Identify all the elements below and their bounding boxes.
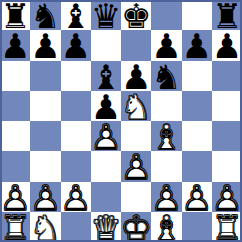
square-f5[interactable] bbox=[151, 91, 181, 121]
square-f6[interactable]: ♞ bbox=[151, 61, 181, 91]
square-e3[interactable]: ♟♙ bbox=[121, 151, 151, 181]
square-e5[interactable]: ♞♘ bbox=[121, 91, 151, 121]
square-b1[interactable]: ♞♘ bbox=[30, 212, 60, 242]
white-bishop-icon[interactable]: ♝♗ bbox=[151, 212, 181, 242]
piece-glyph-solid: ♟ bbox=[61, 31, 91, 61]
piece-glyph-outline: ♙ bbox=[61, 183, 91, 213]
square-d1[interactable]: ♛♕ bbox=[91, 212, 121, 242]
square-e6[interactable]: ♟ bbox=[121, 61, 151, 91]
square-e4[interactable] bbox=[121, 121, 151, 151]
white-queen-icon[interactable]: ♛♕ bbox=[91, 212, 121, 242]
square-d7[interactable] bbox=[91, 30, 121, 60]
square-e2[interactable] bbox=[121, 182, 151, 212]
black-pawn-icon[interactable]: ♟ bbox=[182, 30, 212, 60]
piece-glyph-solid: ♞ bbox=[30, 1, 60, 31]
piece-glyph-solid: ♜ bbox=[212, 1, 242, 31]
square-a8[interactable]: ♜ bbox=[0, 0, 30, 30]
black-knight-icon[interactable]: ♞ bbox=[30, 0, 60, 30]
piece-glyph-fill: ♟ bbox=[121, 152, 151, 182]
white-pawn-icon[interactable]: ♟♙ bbox=[182, 182, 212, 212]
black-bishop-icon[interactable]: ♝ bbox=[61, 0, 91, 30]
square-b5[interactable] bbox=[30, 91, 60, 121]
square-g7[interactable]: ♟ bbox=[182, 30, 212, 60]
square-b6[interactable] bbox=[30, 61, 60, 91]
square-f7[interactable]: ♟ bbox=[151, 30, 181, 60]
piece-glyph-fill: ♞ bbox=[30, 213, 60, 242]
piece-glyph-solid: ♟ bbox=[151, 31, 181, 61]
square-c8[interactable]: ♝ bbox=[61, 0, 91, 30]
square-g8[interactable] bbox=[182, 0, 212, 30]
piece-glyph-solid: ♚ bbox=[121, 1, 151, 31]
square-a3[interactable] bbox=[0, 151, 30, 181]
square-e7[interactable] bbox=[121, 30, 151, 60]
square-f1[interactable]: ♝♗ bbox=[151, 212, 181, 242]
black-rook-icon[interactable]: ♜ bbox=[212, 0, 242, 30]
square-c6[interactable] bbox=[61, 61, 91, 91]
black-pawn-icon[interactable]: ♟ bbox=[0, 30, 30, 60]
piece-glyph-fill: ♟ bbox=[212, 183, 242, 213]
black-pawn-icon[interactable]: ♟ bbox=[151, 30, 181, 60]
chess-board: ♜♞♝♛♚♜♟♟♟♟♟♟♝♟♞♟♞♘♟♙♝♗♟♙♟♙♟♙♟♙♟♙♟♙♟♙♜♖♞♘… bbox=[0, 0, 242, 242]
piece-glyph-fill: ♞ bbox=[121, 92, 151, 122]
piece-glyph-solid: ♝ bbox=[91, 62, 121, 92]
piece-glyph-fill: ♟ bbox=[91, 122, 121, 152]
square-e8[interactable]: ♚ bbox=[121, 0, 151, 30]
black-rook-icon[interactable]: ♜ bbox=[0, 0, 30, 30]
square-d6[interactable]: ♝ bbox=[91, 61, 121, 91]
piece-glyph-outline: ♙ bbox=[91, 122, 121, 152]
square-b2[interactable]: ♟♙ bbox=[30, 182, 60, 212]
white-pawn-icon[interactable]: ♟♙ bbox=[151, 182, 181, 212]
white-pawn-icon[interactable]: ♟♙ bbox=[91, 121, 121, 151]
square-a5[interactable] bbox=[0, 91, 30, 121]
piece-glyph-solid: ♟ bbox=[121, 62, 151, 92]
square-g1[interactable] bbox=[182, 212, 212, 242]
square-b4[interactable] bbox=[30, 121, 60, 151]
square-d5[interactable]: ♟ bbox=[91, 91, 121, 121]
white-rook-icon[interactable]: ♜♖ bbox=[212, 212, 242, 242]
white-pawn-icon[interactable]: ♟♙ bbox=[30, 182, 60, 212]
piece-glyph-fill: ♟ bbox=[182, 183, 212, 213]
square-c7[interactable]: ♟ bbox=[61, 30, 91, 60]
square-d2[interactable] bbox=[91, 182, 121, 212]
piece-glyph-outline: ♘ bbox=[121, 92, 151, 122]
piece-glyph-outline: ♙ bbox=[121, 152, 151, 182]
square-a6[interactable] bbox=[0, 61, 30, 91]
white-king-icon[interactable]: ♚♔ bbox=[121, 212, 151, 242]
piece-glyph-solid: ♟ bbox=[30, 31, 60, 61]
square-c2[interactable]: ♟♙ bbox=[61, 182, 91, 212]
white-pawn-icon[interactable]: ♟♙ bbox=[121, 151, 151, 181]
square-g6[interactable] bbox=[182, 61, 212, 91]
square-b8[interactable]: ♞ bbox=[30, 0, 60, 30]
piece-glyph-fill: ♚ bbox=[121, 213, 151, 242]
piece-glyph-solid: ♞ bbox=[151, 62, 181, 92]
white-pawn-icon[interactable]: ♟♙ bbox=[0, 182, 30, 212]
white-pawn-icon[interactable]: ♟♙ bbox=[61, 182, 91, 212]
piece-glyph-outline: ♙ bbox=[0, 183, 30, 213]
white-bishop-icon[interactable]: ♝♗ bbox=[151, 121, 181, 151]
black-king-icon[interactable]: ♚ bbox=[121, 0, 151, 30]
piece-glyph-outline: ♘ bbox=[30, 213, 60, 242]
piece-glyph-outline: ♗ bbox=[151, 122, 181, 152]
square-b3[interactable] bbox=[30, 151, 60, 181]
piece-glyph-fill: ♛ bbox=[91, 213, 121, 242]
square-g3[interactable] bbox=[182, 151, 212, 181]
square-d8[interactable]: ♛ bbox=[91, 0, 121, 30]
black-pawn-icon[interactable]: ♟ bbox=[30, 30, 60, 60]
piece-glyph-fill: ♝ bbox=[151, 122, 181, 152]
piece-glyph-outline: ♗ bbox=[151, 213, 181, 242]
black-queen-icon[interactable]: ♛ bbox=[91, 0, 121, 30]
piece-glyph-outline: ♙ bbox=[151, 183, 181, 213]
piece-glyph-solid: ♟ bbox=[182, 31, 212, 61]
square-c4[interactable] bbox=[61, 121, 91, 151]
square-d3[interactable] bbox=[91, 151, 121, 181]
square-a2[interactable]: ♟♙ bbox=[0, 182, 30, 212]
piece-glyph-outline: ♙ bbox=[182, 183, 212, 213]
white-knight-icon[interactable]: ♞♘ bbox=[30, 212, 60, 242]
piece-glyph-outline: ♖ bbox=[0, 213, 30, 242]
piece-glyph-fill: ♜ bbox=[212, 213, 242, 242]
white-knight-icon[interactable]: ♞♘ bbox=[121, 91, 151, 121]
square-a1[interactable]: ♜♖ bbox=[0, 212, 30, 242]
square-h5[interactable] bbox=[212, 91, 242, 121]
piece-glyph-solid: ♟ bbox=[212, 31, 242, 61]
square-h1[interactable]: ♜♖ bbox=[212, 212, 242, 242]
piece-glyph-solid: ♟ bbox=[0, 31, 30, 61]
square-h2[interactable]: ♟♙ bbox=[212, 182, 242, 212]
black-pawn-icon[interactable]: ♟ bbox=[61, 30, 91, 60]
piece-glyph-outline: ♔ bbox=[121, 213, 151, 242]
piece-glyph-outline: ♙ bbox=[212, 183, 242, 213]
square-h4[interactable] bbox=[212, 121, 242, 151]
square-h8[interactable]: ♜ bbox=[212, 0, 242, 30]
square-h3[interactable] bbox=[212, 151, 242, 181]
square-b7[interactable]: ♟ bbox=[30, 30, 60, 60]
piece-glyph-fill: ♟ bbox=[61, 183, 91, 213]
square-c3[interactable] bbox=[61, 151, 91, 181]
piece-glyph-outline: ♖ bbox=[212, 213, 242, 242]
square-h6[interactable] bbox=[212, 61, 242, 91]
piece-glyph-outline: ♕ bbox=[91, 213, 121, 242]
piece-glyph-fill: ♟ bbox=[151, 183, 181, 213]
piece-glyph-solid: ♛ bbox=[91, 1, 121, 31]
board-grid: ♜♞♝♛♚♜♟♟♟♟♟♟♝♟♞♟♞♘♟♙♝♗♟♙♟♙♟♙♟♙♟♙♟♙♟♙♜♖♞♘… bbox=[0, 0, 242, 242]
piece-glyph-solid: ♜ bbox=[0, 1, 30, 31]
square-a4[interactable] bbox=[0, 121, 30, 151]
piece-glyph-fill: ♟ bbox=[30, 183, 60, 213]
square-g2[interactable]: ♟♙ bbox=[182, 182, 212, 212]
piece-glyph-fill: ♝ bbox=[151, 213, 181, 242]
piece-glyph-solid: ♟ bbox=[91, 92, 121, 122]
square-d4[interactable]: ♟♙ bbox=[91, 121, 121, 151]
square-c5[interactable] bbox=[61, 91, 91, 121]
black-pawn-icon[interactable]: ♟ bbox=[91, 91, 121, 121]
square-g4[interactable] bbox=[182, 121, 212, 151]
black-pawn-icon[interactable]: ♟ bbox=[121, 61, 151, 91]
black-knight-icon[interactable]: ♞ bbox=[151, 61, 181, 91]
square-f3[interactable] bbox=[151, 151, 181, 181]
white-rook-icon[interactable]: ♜♖ bbox=[0, 212, 30, 242]
piece-glyph-fill: ♟ bbox=[0, 183, 30, 213]
square-f2[interactable]: ♟♙ bbox=[151, 182, 181, 212]
square-h7[interactable]: ♟ bbox=[212, 30, 242, 60]
black-bishop-icon[interactable]: ♝ bbox=[91, 61, 121, 91]
black-pawn-icon[interactable]: ♟ bbox=[212, 30, 242, 60]
white-pawn-icon[interactable]: ♟♙ bbox=[212, 182, 242, 212]
square-e1[interactable]: ♚♔ bbox=[121, 212, 151, 242]
square-f4[interactable]: ♝♗ bbox=[151, 121, 181, 151]
square-g5[interactable] bbox=[182, 91, 212, 121]
square-c1[interactable] bbox=[61, 212, 91, 242]
square-a7[interactable]: ♟ bbox=[0, 30, 30, 60]
piece-glyph-solid: ♝ bbox=[61, 1, 91, 31]
piece-glyph-fill: ♜ bbox=[0, 213, 30, 242]
piece-glyph-outline: ♙ bbox=[30, 183, 60, 213]
square-f8[interactable] bbox=[151, 0, 181, 30]
